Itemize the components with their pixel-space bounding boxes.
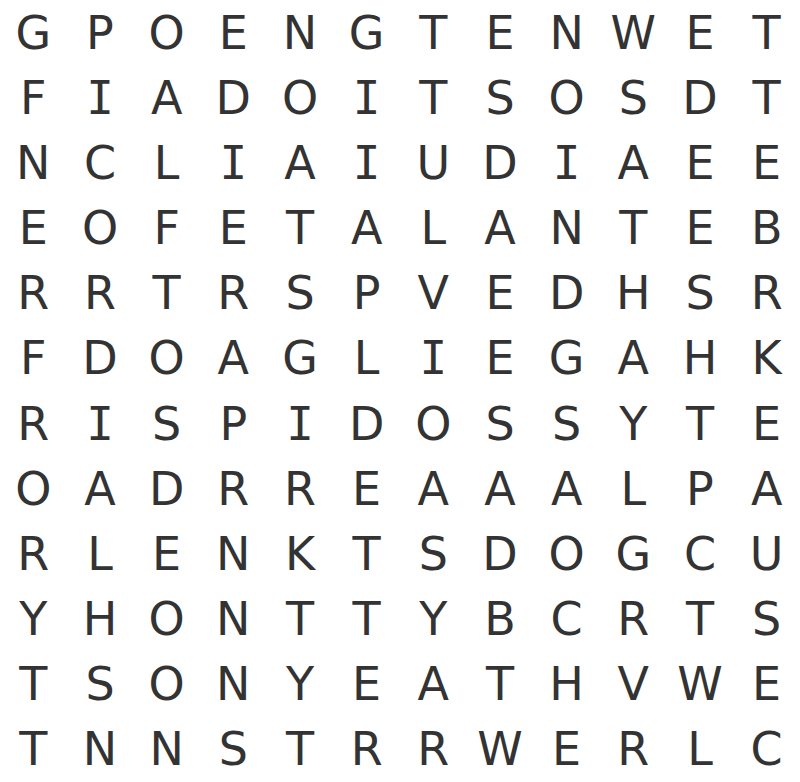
grid-cell[interactable]: R [200, 261, 267, 326]
grid-cell[interactable]: O [533, 521, 600, 586]
grid-cell[interactable]: E [200, 0, 267, 65]
grid-cell[interactable]: A [333, 195, 400, 260]
grid-cell[interactable]: A [533, 456, 600, 521]
grid-cell[interactable]: I [333, 65, 400, 130]
grid-cell[interactable]: S [200, 717, 267, 782]
grid-cell[interactable]: I [333, 130, 400, 195]
grid-cell[interactable]: S [533, 391, 600, 456]
grid-cell[interactable]: C [67, 130, 134, 195]
grid-cell[interactable]: C [667, 521, 734, 586]
grid-cell[interactable]: T [333, 586, 400, 651]
grid-cell[interactable]: E [667, 130, 734, 195]
grid-cell[interactable]: P [67, 0, 134, 65]
grid-cell[interactable]: A [600, 130, 667, 195]
grid-cell[interactable]: H [667, 326, 734, 391]
grid-cell[interactable]: O [133, 326, 200, 391]
grid-cell[interactable]: H [533, 652, 600, 717]
grid-cell[interactable]: S [400, 521, 467, 586]
grid-cell[interactable]: P [333, 261, 400, 326]
grid-cell[interactable]: E [467, 261, 534, 326]
grid-cell[interactable]: R [600, 586, 667, 651]
grid-cell[interactable]: S [600, 65, 667, 130]
grid-cell[interactable]: I [400, 326, 467, 391]
grid-cell[interactable]: G [267, 326, 334, 391]
grid-cell[interactable]: T [0, 652, 67, 717]
grid-cell[interactable]: D [333, 391, 400, 456]
grid-cell[interactable]: T [0, 717, 67, 782]
grid-cell[interactable]: W [467, 717, 534, 782]
grid-cell[interactable]: E [0, 195, 67, 260]
grid-cell[interactable]: S [67, 652, 134, 717]
grid-cell[interactable]: E [733, 652, 800, 717]
grid-cell[interactable]: L [67, 521, 134, 586]
grid-cell[interactable]: E [333, 456, 400, 521]
grid-cell[interactable]: T [733, 0, 800, 65]
grid-cell[interactable]: A [267, 130, 334, 195]
grid-cell[interactable]: V [400, 261, 467, 326]
grid-cell[interactable]: E [667, 195, 734, 260]
grid-cell[interactable]: S [267, 261, 334, 326]
grid-cell[interactable]: F [0, 326, 67, 391]
grid-cell[interactable]: R [67, 261, 134, 326]
grid-cell[interactable]: U [733, 521, 800, 586]
grid-cell[interactable]: V [600, 652, 667, 717]
grid-cell[interactable]: N [200, 586, 267, 651]
grid-cell[interactable]: A [733, 456, 800, 521]
grid-cell[interactable]: N [533, 0, 600, 65]
grid-cell[interactable]: C [533, 586, 600, 651]
grid-cell[interactable]: Y [267, 652, 334, 717]
grid-cell[interactable]: P [200, 391, 267, 456]
grid-cell[interactable]: A [467, 195, 534, 260]
grid-cell[interactable]: L [133, 130, 200, 195]
grid-cell[interactable]: T [467, 652, 534, 717]
grid-cell[interactable]: G [533, 326, 600, 391]
grid-cell[interactable]: E [333, 652, 400, 717]
grid-cell[interactable]: O [0, 456, 67, 521]
grid-cell[interactable]: T [600, 195, 667, 260]
grid-cell[interactable]: G [0, 0, 67, 65]
grid-cell[interactable]: R [600, 717, 667, 782]
grid-cell[interactable]: L [667, 717, 734, 782]
grid-cell[interactable]: T [667, 391, 734, 456]
grid-cell[interactable]: W [667, 652, 734, 717]
grid-cell[interactable]: E [533, 717, 600, 782]
grid-cell[interactable]: G [600, 521, 667, 586]
grid-cell[interactable]: N [200, 521, 267, 586]
grid-cell[interactable]: O [533, 65, 600, 130]
grid-cell[interactable]: L [600, 456, 667, 521]
grid-cell[interactable]: R [333, 717, 400, 782]
grid-cell[interactable]: H [600, 261, 667, 326]
grid-cell[interactable]: T [667, 586, 734, 651]
grid-cell[interactable]: K [267, 521, 334, 586]
grid-cell[interactable]: O [400, 391, 467, 456]
grid-cell[interactable]: D [667, 65, 734, 130]
grid-cell[interactable]: Y [600, 391, 667, 456]
grid-cell[interactable]: E [467, 0, 534, 65]
grid-cell[interactable]: A [600, 326, 667, 391]
grid-cell[interactable]: T [733, 65, 800, 130]
grid-cell[interactable]: Y [0, 586, 67, 651]
grid-cell[interactable]: E [667, 0, 734, 65]
grid-cell[interactable]: T [267, 195, 334, 260]
grid-cell[interactable]: F [133, 195, 200, 260]
grid-cell[interactable]: B [733, 195, 800, 260]
grid-cell[interactable]: R [400, 717, 467, 782]
grid-cell[interactable]: E [733, 391, 800, 456]
grid-cell[interactable]: A [467, 456, 534, 521]
grid-cell[interactable]: H [67, 586, 134, 651]
grid-cell[interactable]: O [133, 586, 200, 651]
grid-cell[interactable]: T [400, 65, 467, 130]
grid-cell[interactable]: N [67, 717, 134, 782]
grid-cell[interactable]: L [333, 326, 400, 391]
grid-cell[interactable]: D [200, 65, 267, 130]
grid-cell[interactable]: S [133, 391, 200, 456]
grid-cell[interactable]: D [133, 456, 200, 521]
grid-cell[interactable]: L [400, 195, 467, 260]
grid-cell[interactable]: D [67, 326, 134, 391]
grid-cell[interactable]: N [267, 0, 334, 65]
grid-cell[interactable]: E [733, 130, 800, 195]
word-search-grid: GPOENGTENWETFIADOITSOSDTNCLIAIUDIAEEEOFE… [0, 0, 800, 782]
grid-cell[interactable]: I [533, 130, 600, 195]
grid-cell[interactable]: Y [400, 586, 467, 651]
grid-cell[interactable]: F [0, 65, 67, 130]
grid-cell[interactable]: R [267, 456, 334, 521]
grid-cell[interactable]: I [267, 391, 334, 456]
grid-cell[interactable]: E [200, 195, 267, 260]
grid-cell[interactable]: A [400, 652, 467, 717]
grid-cell[interactable]: W [600, 0, 667, 65]
grid-cell[interactable]: N [0, 130, 67, 195]
grid-cell[interactable]: P [667, 456, 734, 521]
grid-cell[interactable]: A [400, 456, 467, 521]
grid-cell[interactable]: T [333, 521, 400, 586]
grid-cell[interactable]: T [133, 261, 200, 326]
grid-cell[interactable]: D [467, 521, 534, 586]
grid-cell[interactable]: A [200, 326, 267, 391]
grid-cell[interactable]: R [200, 456, 267, 521]
grid-cell[interactable]: S [467, 65, 534, 130]
grid-cell[interactable]: T [267, 717, 334, 782]
grid-cell[interactable]: I [67, 391, 134, 456]
grid-cell[interactable]: R [733, 261, 800, 326]
grid-cell[interactable]: R [0, 261, 67, 326]
grid-cell[interactable]: B [467, 586, 534, 651]
grid-cell[interactable]: N [200, 652, 267, 717]
grid-cell[interactable]: K [733, 326, 800, 391]
grid-cell[interactable]: O [133, 0, 200, 65]
grid-cell[interactable]: A [67, 456, 134, 521]
grid-cell[interactable]: S [733, 586, 800, 651]
grid-cell[interactable]: T [400, 0, 467, 65]
grid-cell[interactable]: E [467, 326, 534, 391]
grid-cell[interactable]: S [467, 391, 534, 456]
grid-cell[interactable]: C [733, 717, 800, 782]
grid-cell[interactable]: G [333, 0, 400, 65]
grid-cell[interactable]: T [267, 586, 334, 651]
grid-cell[interactable]: D [467, 130, 534, 195]
grid-cell[interactable]: R [0, 391, 67, 456]
grid-cell[interactable]: O [67, 195, 134, 260]
grid-cell[interactable]: O [133, 652, 200, 717]
grid-cell[interactable]: I [200, 130, 267, 195]
grid-cell[interactable]: U [400, 130, 467, 195]
grid-cell[interactable]: N [533, 195, 600, 260]
grid-cell[interactable]: R [0, 521, 67, 586]
grid-cell[interactable]: E [133, 521, 200, 586]
grid-cell[interactable]: S [667, 261, 734, 326]
grid-cell[interactable]: D [533, 261, 600, 326]
grid-cell[interactable]: A [133, 65, 200, 130]
grid-cell[interactable]: N [133, 717, 200, 782]
grid-cell[interactable]: I [67, 65, 134, 130]
grid-cell[interactable]: O [267, 65, 334, 130]
